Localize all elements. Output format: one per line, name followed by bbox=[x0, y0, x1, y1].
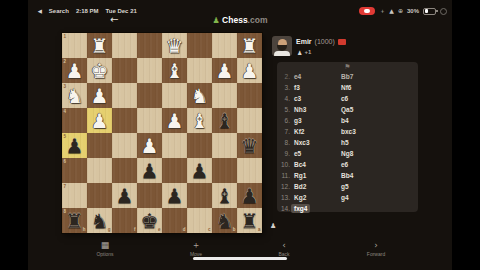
black-move[interactable]: g5 bbox=[341, 182, 349, 191]
black-piece-e6: ♟ bbox=[137, 158, 162, 183]
move-number: 12. bbox=[277, 182, 290, 191]
cellular-icon: ＋ bbox=[379, 7, 385, 15]
move-row: 5.Nh3Qa5 bbox=[277, 105, 418, 115]
black-piece-g8: ♞ bbox=[87, 208, 112, 233]
square-g5[interactable] bbox=[87, 133, 112, 158]
square-a4[interactable] bbox=[237, 108, 262, 133]
white-move[interactable]: Nh3 bbox=[294, 105, 306, 114]
black-move[interactable]: b4 bbox=[341, 116, 349, 125]
move-number: 13. bbox=[277, 193, 290, 202]
white-piece-d2: ♝ bbox=[162, 58, 187, 83]
square-a8[interactable]: a♜ bbox=[237, 208, 262, 233]
square-h5[interactable]: 5♟ bbox=[62, 133, 87, 158]
rank-label: 6 bbox=[64, 159, 67, 164]
battery-icon bbox=[423, 8, 436, 15]
white-piece-c4: ♝ bbox=[187, 108, 212, 133]
move-row: 4.c3c6 bbox=[277, 94, 418, 104]
home-indicator[interactable] bbox=[193, 257, 287, 260]
black-piece-b8: ♞ bbox=[212, 208, 237, 233]
white-piece-g2: ♚ bbox=[87, 58, 112, 83]
square-a7[interactable]: ♟ bbox=[237, 183, 262, 208]
square-e5[interactable]: ♟ bbox=[137, 133, 162, 158]
black-move[interactable]: bxc3 bbox=[341, 127, 356, 136]
move-number: 2. bbox=[277, 72, 290, 81]
square-c1[interactable] bbox=[187, 33, 212, 58]
move-number: 7. bbox=[277, 127, 290, 136]
pencil-icon bbox=[440, 8, 447, 15]
flag-icon bbox=[338, 39, 346, 45]
rank-label: 7 bbox=[64, 184, 67, 189]
rank-label: 1 bbox=[64, 34, 67, 39]
square-e6[interactable]: ♟ bbox=[137, 158, 162, 183]
white-piece-h2: ♟ bbox=[62, 58, 87, 83]
opponent-rating: (1000) bbox=[315, 38, 335, 46]
white-move[interactable]: Kg2 bbox=[294, 193, 306, 202]
move-number: 14. bbox=[277, 204, 290, 213]
move-number: 8. bbox=[277, 138, 290, 147]
black-move[interactable]: Qa5 bbox=[341, 105, 353, 114]
white-move[interactable]: c3 bbox=[294, 94, 301, 103]
status-bar-left: ◀ Search 2:18 PM Tue Dec 21 bbox=[38, 8, 137, 15]
square-b3[interactable] bbox=[212, 83, 237, 108]
material-advantage: +1 bbox=[304, 49, 311, 56]
black-piece-a7: ♟ bbox=[237, 183, 262, 208]
move-number: 5. bbox=[277, 105, 290, 114]
square-a2[interactable]: ♟ bbox=[237, 58, 262, 83]
move-row: 10.Bc4e6 bbox=[277, 160, 418, 170]
move-number: 3. bbox=[277, 83, 290, 92]
move-row: 13.Kg2g4 bbox=[277, 193, 418, 203]
square-b7[interactable]: ♝ bbox=[212, 183, 237, 208]
square-d6[interactable] bbox=[162, 158, 187, 183]
square-a5[interactable]: ♛ bbox=[237, 133, 262, 158]
white-piece-h3: ♞ bbox=[62, 83, 87, 108]
rank-label: 4 bbox=[64, 109, 67, 114]
logo-text: Chess bbox=[222, 15, 248, 25]
white-move[interactable]: Rg1 bbox=[294, 171, 306, 180]
square-h4[interactable]: 4 bbox=[62, 108, 87, 133]
square-h6[interactable]: 6 bbox=[62, 158, 87, 183]
square-f4[interactable] bbox=[112, 108, 137, 133]
black-move[interactable]: Bb4 bbox=[341, 171, 353, 180]
black-piece-a5: ♛ bbox=[237, 133, 262, 158]
square-f6[interactable] bbox=[112, 158, 137, 183]
grid-icon: ▦ bbox=[96, 240, 113, 250]
square-f3[interactable] bbox=[112, 83, 137, 108]
move-row: 9.e5Ng8 bbox=[277, 149, 418, 159]
square-b8[interactable]: b♞ bbox=[212, 208, 237, 233]
opponent-name: Emir bbox=[296, 38, 312, 46]
black-piece-h8: ♜ bbox=[62, 208, 87, 233]
square-d1[interactable]: ♛ bbox=[162, 33, 187, 58]
square-g6[interactable] bbox=[87, 158, 112, 183]
square-c5[interactable] bbox=[187, 133, 212, 158]
black-move[interactable]: e6 bbox=[341, 160, 348, 169]
toolbar-options-button[interactable]: ▦Options bbox=[96, 240, 113, 257]
square-g8[interactable]: g♞ bbox=[87, 208, 112, 233]
square-d5[interactable] bbox=[162, 133, 187, 158]
square-c4[interactable]: ♝ bbox=[187, 108, 212, 133]
file-label: d bbox=[183, 227, 186, 232]
square-h2[interactable]: 2♟ bbox=[62, 58, 87, 83]
square-b6[interactable] bbox=[212, 158, 237, 183]
square-e2[interactable] bbox=[137, 58, 162, 83]
white-piece-d4: ♟ bbox=[162, 108, 187, 133]
square-d7[interactable]: ♟ bbox=[162, 183, 187, 208]
move-row: 11.Rg1Bb4 bbox=[277, 171, 418, 181]
captured-pawn-icon: ♟ bbox=[297, 49, 302, 56]
current-move[interactable]: fxg4 bbox=[291, 204, 310, 213]
white-piece-a1: ♜ bbox=[237, 33, 262, 58]
chesscom-logo: ♟ Chess.com bbox=[0, 15, 480, 26]
toolbar-forward-button[interactable]: ›Forward bbox=[367, 240, 385, 257]
white-piece-e5: ♟ bbox=[137, 133, 162, 158]
move-row: 7.Kf2bxc3 bbox=[277, 127, 418, 137]
black-move[interactable]: Nf6 bbox=[341, 83, 351, 92]
spotlight-arrow-icon: ◀ bbox=[38, 8, 42, 15]
move-row: 6.g3b4 bbox=[277, 116, 418, 126]
move-row: 14.fxg4 bbox=[277, 204, 418, 214]
black-piece-h5: ♟ bbox=[62, 133, 87, 158]
white-piece-b2: ♟ bbox=[212, 58, 237, 83]
move-number: 9. bbox=[277, 149, 290, 158]
black-move[interactable]: Bb7 bbox=[341, 72, 353, 81]
white-piece-g1: ♜ bbox=[87, 33, 112, 58]
white-move[interactable]: Kf2 bbox=[294, 127, 304, 136]
captured-pieces-row: ♟ +1 bbox=[297, 49, 311, 56]
toolbar-label: Options bbox=[96, 251, 113, 257]
logo-pawn-icon: ♟ bbox=[213, 16, 220, 25]
chevron-left-icon: ‹ bbox=[278, 240, 289, 250]
square-f7[interactable]: ♟ bbox=[112, 183, 137, 208]
screen-recording-indicator[interactable] bbox=[359, 7, 375, 15]
chess-board[interactable]: 1♜♛♜2♟♚♝♟♟3♞♟♞4♟♟♝♝5♟♟♛6♟♟7♟♟♝♟8h♜g♞fe♚d… bbox=[62, 33, 262, 233]
square-b1[interactable] bbox=[212, 33, 237, 58]
move-row: 2.e4Bb7 bbox=[277, 72, 418, 82]
square-f2[interactable] bbox=[112, 58, 137, 83]
logo-suffix: .com bbox=[248, 15, 268, 25]
black-move[interactable]: h5 bbox=[341, 138, 349, 147]
status-bar-right: ＋ ▲ ⊕ 30% bbox=[359, 7, 447, 15]
black-piece-f7: ♟ bbox=[112, 183, 137, 208]
white-piece-c3: ♞ bbox=[187, 83, 212, 108]
black-move[interactable]: g4 bbox=[341, 193, 349, 202]
square-d3[interactable] bbox=[162, 83, 187, 108]
square-f8[interactable]: f bbox=[112, 208, 137, 233]
file-label: c bbox=[208, 227, 211, 232]
move-number: 10. bbox=[277, 160, 290, 169]
square-a3[interactable] bbox=[237, 83, 262, 108]
black-piece-c6: ♟ bbox=[187, 158, 212, 183]
file-label: f bbox=[134, 227, 136, 232]
white-move[interactable]: e5 bbox=[294, 149, 301, 158]
white-piece-g3: ♟ bbox=[87, 83, 112, 108]
square-c6[interactable]: ♟ bbox=[187, 158, 212, 183]
status-search-label: Search bbox=[49, 8, 69, 15]
white-move[interactable]: Nxc3 bbox=[294, 138, 310, 147]
square-b2[interactable]: ♟ bbox=[212, 58, 237, 83]
square-a1[interactable]: ♜ bbox=[237, 33, 262, 58]
square-e7[interactable] bbox=[137, 183, 162, 208]
wifi-icon: ▲ bbox=[389, 7, 394, 15]
chevron-right-icon: › bbox=[367, 240, 385, 250]
black-piece-b7: ♝ bbox=[212, 183, 237, 208]
white-move[interactable]: f3 bbox=[294, 83, 300, 92]
square-c2[interactable] bbox=[187, 58, 212, 83]
square-h8[interactable]: 8h♜ bbox=[62, 208, 87, 233]
opponent-name-row: Emir (1000) bbox=[296, 38, 346, 46]
square-g1[interactable]: ♜ bbox=[87, 33, 112, 58]
square-b5[interactable] bbox=[212, 133, 237, 158]
square-c3[interactable]: ♞ bbox=[187, 83, 212, 108]
square-h3[interactable]: 3♞ bbox=[62, 83, 87, 108]
move-number: 6. bbox=[277, 116, 290, 125]
square-e3[interactable] bbox=[137, 83, 162, 108]
move-row: 8.Nxc3h5 bbox=[277, 138, 418, 148]
bottom-captured-pawn-icon: ♟ bbox=[270, 222, 276, 230]
moves-flag-icon: ⚑ bbox=[344, 63, 350, 72]
square-f5[interactable] bbox=[112, 133, 137, 158]
move-list[interactable]: ⚑ 2.e4Bb73.f3Nf64.c3c65.Nh3Qa56.g3b47.Kf… bbox=[277, 62, 418, 212]
white-piece-g4: ♟ bbox=[87, 108, 112, 133]
square-d4[interactable]: ♟ bbox=[162, 108, 187, 133]
move-row: 3.f3Nf6 bbox=[277, 83, 418, 93]
square-g4[interactable]: ♟ bbox=[87, 108, 112, 133]
black-piece-b4: ♝ bbox=[212, 108, 237, 133]
battery-percent: 30% bbox=[407, 7, 419, 15]
white-piece-d1: ♛ bbox=[162, 33, 187, 58]
square-e1[interactable] bbox=[137, 33, 162, 58]
toolbar-back-button[interactable]: ‹Back bbox=[278, 240, 289, 257]
move-number: 11. bbox=[277, 171, 290, 180]
square-e4[interactable] bbox=[137, 108, 162, 133]
square-a6[interactable] bbox=[237, 158, 262, 183]
square-d2[interactable]: ♝ bbox=[162, 58, 187, 83]
square-d8[interactable]: d bbox=[162, 208, 187, 233]
square-f1[interactable] bbox=[112, 33, 137, 58]
plus-icon: ＋ bbox=[190, 240, 202, 250]
black-move[interactable]: Ng8 bbox=[341, 149, 353, 158]
white-move[interactable]: Bc4 bbox=[294, 160, 306, 169]
bottom-toolbar: ▦Options＋Move‹Back›Forward bbox=[0, 240, 480, 264]
toolbar-move-button[interactable]: ＋Move bbox=[190, 240, 202, 257]
square-g7[interactable] bbox=[87, 183, 112, 208]
black-move[interactable]: c6 bbox=[341, 94, 348, 103]
square-g2[interactable]: ♚ bbox=[87, 58, 112, 83]
orientation-lock-icon: ⊕ bbox=[398, 7, 403, 15]
black-piece-a8: ♜ bbox=[237, 208, 262, 233]
square-e8[interactable]: e♚ bbox=[137, 208, 162, 233]
white-move[interactable]: g3 bbox=[294, 116, 302, 125]
square-g3[interactable]: ♟ bbox=[87, 83, 112, 108]
move-number: 4. bbox=[277, 94, 290, 103]
opponent-avatar[interactable] bbox=[272, 36, 292, 56]
black-piece-e8: ♚ bbox=[137, 208, 162, 233]
white-move[interactable]: Bd2 bbox=[294, 182, 306, 191]
white-move[interactable]: e4 bbox=[294, 72, 301, 81]
square-h7[interactable]: 7 bbox=[62, 183, 87, 208]
square-h1[interactable]: 1 bbox=[62, 33, 87, 58]
square-c8[interactable]: c bbox=[187, 208, 212, 233]
move-row: 12.Bd2g5 bbox=[277, 182, 418, 192]
black-piece-d7: ♟ bbox=[162, 183, 187, 208]
toolbar-label: Forward bbox=[367, 251, 385, 257]
status-time: 2:18 PM bbox=[76, 8, 99, 15]
white-piece-a2: ♟ bbox=[237, 58, 262, 83]
square-c7[interactable] bbox=[187, 183, 212, 208]
square-b4[interactable]: ♝ bbox=[212, 108, 237, 133]
